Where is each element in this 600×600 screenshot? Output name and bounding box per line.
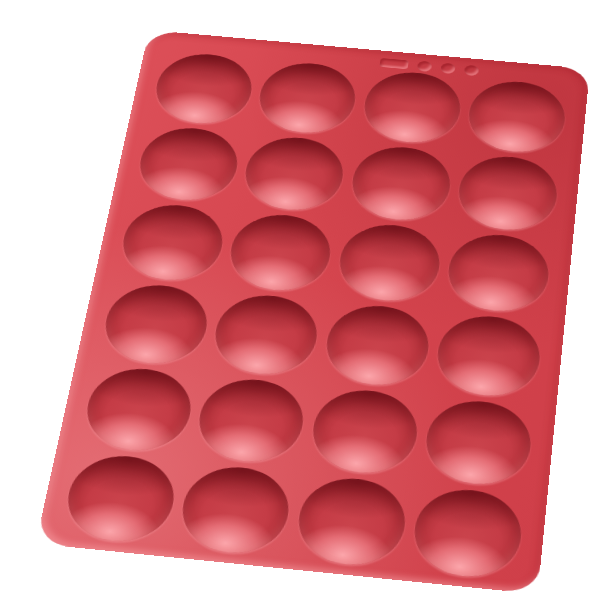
muffin-cup-r4-c4 — [433, 312, 544, 400]
muffin-pan — [36, 30, 590, 594]
muffin-cup-r3-c3 — [334, 221, 444, 305]
muffin-cup-r6-c4 — [409, 485, 525, 581]
muffin-cup-r1-c2 — [254, 60, 360, 137]
muffin-cup-r2-c4 — [455, 153, 561, 234]
muffin-cup-r1-c1 — [150, 50, 258, 127]
muffin-cup-r2-c3 — [347, 143, 454, 224]
muffin-cup-r3-c1 — [116, 201, 229, 284]
muffin-cup-r1-c4 — [465, 78, 568, 156]
muffin-cup-r3-c4 — [444, 231, 552, 316]
muffin-cup-r2-c2 — [240, 134, 349, 214]
muffin-cup-r2-c1 — [133, 124, 243, 204]
muffin-cup-r6-c1 — [60, 451, 181, 546]
muffin-cup-r4-c2 — [209, 291, 323, 378]
muffin-cup-r3-c2 — [225, 211, 336, 295]
muffin-cup-r6-c3 — [292, 474, 410, 570]
muffin-cup-r5-c1 — [80, 364, 198, 455]
muffin-cup-r5-c2 — [193, 375, 309, 466]
muffin-cup-r5-c4 — [421, 397, 534, 489]
muffin-cup-r5-c3 — [307, 386, 422, 478]
muffin-cup-r4-c1 — [98, 281, 213, 368]
cup-grid — [54, 47, 573, 585]
muffin-cup-r4-c3 — [321, 302, 433, 390]
product-photo — [0, 0, 600, 600]
muffin-cup-r1-c3 — [359, 69, 464, 147]
pan-perspective-wrapper — [93, 0, 566, 600]
muffin-cup-r6-c2 — [176, 463, 295, 558]
